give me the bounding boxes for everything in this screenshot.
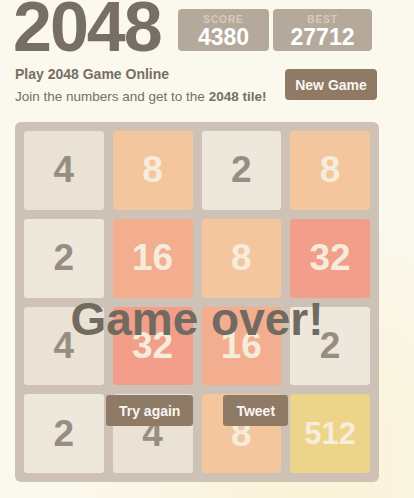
best-box: BEST 27712 bbox=[273, 9, 372, 51]
app-title: 2048 bbox=[13, 0, 161, 62]
overlay-buttons: Try again Tweet bbox=[15, 395, 379, 426]
best-value: 27712 bbox=[291, 25, 355, 49]
intro-tagline-text: Join the numbers and get to the bbox=[15, 89, 209, 104]
try-again-button[interactable]: Try again bbox=[106, 395, 193, 426]
score-box: SCORE 4380 bbox=[178, 9, 269, 51]
intro-tagline: Join the numbers and get to the 2048 til… bbox=[15, 89, 266, 104]
game-over-message: Game over! bbox=[15, 292, 379, 346]
score-value: 4380 bbox=[198, 25, 249, 49]
score-label: SCORE bbox=[203, 14, 244, 25]
board-wrap: 4 8 2 8 2 16 8 32 4 32 16 2 2 4 8 512 Ga… bbox=[15, 122, 379, 482]
page: 2048 SCORE 4380 BEST 27712 Play 2048 Gam… bbox=[0, 0, 414, 498]
intro-heading: Play 2048 Game Online bbox=[15, 66, 169, 82]
tweet-button[interactable]: Tweet bbox=[223, 395, 288, 426]
new-game-button[interactable]: New Game bbox=[285, 69, 377, 100]
intro-tagline-goal: 2048 tile! bbox=[209, 89, 267, 104]
best-label: BEST bbox=[307, 14, 338, 25]
game-over-overlay: Game over! Try again Tweet bbox=[15, 122, 379, 482]
